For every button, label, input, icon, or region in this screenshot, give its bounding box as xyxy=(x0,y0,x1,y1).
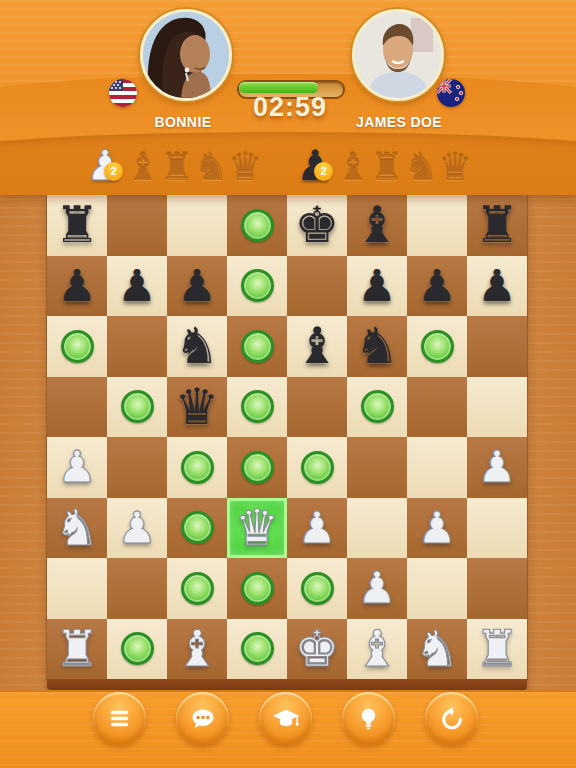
piece-wK-e1[interactable]: ♚ xyxy=(295,620,340,678)
piece-wN-a3[interactable]: ♞ xyxy=(55,499,100,557)
move-dot-a6[interactable] xyxy=(61,330,94,363)
square-h3[interactable] xyxy=(467,498,527,559)
piece-bB-e6[interactable]: ♝ xyxy=(295,317,340,375)
square-d3[interactable]: ♛ xyxy=(227,498,287,559)
square-a7[interactable]: ♟ xyxy=(47,256,107,317)
square-e3[interactable]: ♟ xyxy=(287,498,347,559)
move-dot-f5[interactable] xyxy=(361,390,394,423)
piece-wP-a4[interactable]: ♟ xyxy=(57,438,96,496)
square-a5[interactable] xyxy=(47,377,107,438)
move-dot-c4[interactable] xyxy=(181,451,214,484)
captured-count-badge-left: 2 xyxy=(104,162,123,181)
square-g6[interactable] xyxy=(407,316,467,377)
square-e2[interactable] xyxy=(287,558,347,619)
move-dot-e2[interactable] xyxy=(301,572,334,605)
square-a4[interactable]: ♟ xyxy=(47,437,107,498)
square-f7[interactable]: ♟ xyxy=(347,256,407,317)
piece-bP-g7[interactable]: ♟ xyxy=(417,257,456,315)
square-d8[interactable] xyxy=(227,195,287,256)
piece-wQ-d3[interactable]: ♛ xyxy=(235,499,280,557)
piece-bN-f6[interactable]: ♞ xyxy=(355,317,400,375)
move-dot-b1[interactable] xyxy=(121,632,154,665)
square-g5[interactable] xyxy=(407,377,467,438)
square-g8[interactable] xyxy=(407,195,467,256)
square-a3[interactable]: ♞ xyxy=(47,498,107,559)
square-e4[interactable] xyxy=(287,437,347,498)
square-h2[interactable] xyxy=(467,558,527,619)
move-dot-d6[interactable] xyxy=(241,330,274,363)
square-e8[interactable]: ♚ xyxy=(287,195,347,256)
square-f6[interactable]: ♞ xyxy=(347,316,407,377)
slot-knight-icon: ♞ xyxy=(194,144,228,190)
square-c2[interactable] xyxy=(167,558,227,619)
square-f3[interactable] xyxy=(347,498,407,559)
square-h4[interactable]: ♟ xyxy=(467,437,527,498)
square-h5[interactable] xyxy=(467,377,527,438)
square-d6[interactable] xyxy=(227,316,287,377)
square-c1[interactable]: ♝ xyxy=(167,619,227,680)
piece-wR-a1[interactable]: ♜ xyxy=(55,620,100,678)
piece-wP-b3[interactable]: ♟ xyxy=(117,499,156,557)
captured-slots-right: ♝♜♞♛ xyxy=(336,144,472,190)
graduation-cap-icon xyxy=(271,704,301,734)
square-d7[interactable] xyxy=(227,256,287,317)
menu-icon xyxy=(106,705,133,732)
piece-wR-h1[interactable]: ♜ xyxy=(475,620,520,678)
piece-bK-e8[interactable]: ♚ xyxy=(295,196,340,254)
square-e1[interactable]: ♚ xyxy=(287,619,347,680)
move-dot-e4[interactable] xyxy=(301,451,334,484)
slot-queen-icon: ♛ xyxy=(438,144,472,190)
move-dot-d4[interactable] xyxy=(241,451,274,484)
move-dot-b5[interactable] xyxy=(121,390,154,423)
lightbulb-icon xyxy=(355,705,382,732)
board-bottom-edge xyxy=(47,679,527,690)
square-g7[interactable]: ♟ xyxy=(407,256,467,317)
square-g4[interactable] xyxy=(407,437,467,498)
square-b8[interactable] xyxy=(107,195,167,256)
square-f1[interactable]: ♝ xyxy=(347,619,407,680)
square-g2[interactable] xyxy=(407,558,467,619)
chess-board-area: ♜♚♝♜♟♟♟♟♟♟♞♝♞♛♟♟♞♟♛♟♟♟♜♝♚♝♞♜ xyxy=(47,195,527,690)
square-h6[interactable] xyxy=(467,316,527,377)
square-e6[interactable]: ♝ xyxy=(287,316,347,377)
square-b1[interactable] xyxy=(107,619,167,680)
square-b3[interactable]: ♟ xyxy=(107,498,167,559)
piece-bP-b7[interactable]: ♟ xyxy=(117,257,156,315)
piece-bP-h7[interactable]: ♟ xyxy=(477,257,516,315)
piece-bB-f8[interactable]: ♝ xyxy=(355,196,400,254)
move-dot-d2[interactable] xyxy=(241,572,274,605)
piece-wP-e3[interactable]: ♟ xyxy=(297,499,336,557)
piece-bR-h8[interactable]: ♜ xyxy=(475,196,520,254)
undo-button[interactable] xyxy=(425,692,478,745)
square-c8[interactable] xyxy=(167,195,227,256)
piece-wN-g1[interactable]: ♞ xyxy=(415,620,460,678)
piece-wP-f2[interactable]: ♟ xyxy=(357,559,396,617)
square-d5[interactable] xyxy=(227,377,287,438)
square-h7[interactable]: ♟ xyxy=(467,256,527,317)
slot-rook-icon: ♜ xyxy=(160,144,194,190)
move-dot-d7[interactable] xyxy=(241,269,274,302)
captured-count-badge-right: 2 xyxy=(314,162,333,181)
piece-wB-f1[interactable]: ♝ xyxy=(355,620,400,678)
chess-board: ♜♚♝♜♟♟♟♟♟♟♞♝♞♛♟♟♞♟♛♟♟♟♜♝♚♝♞♜ xyxy=(47,195,527,679)
piece-wP-h4[interactable]: ♟ xyxy=(477,438,516,496)
square-d2[interactable] xyxy=(227,558,287,619)
piece-bQ-c5[interactable]: ♛ xyxy=(175,378,220,436)
avatar-bonnie-image xyxy=(143,12,229,98)
square-f5[interactable] xyxy=(347,377,407,438)
flag-united-states-icon xyxy=(109,79,137,107)
square-b6[interactable] xyxy=(107,316,167,377)
move-dot-c3[interactable] xyxy=(181,511,214,544)
piece-bN-c6[interactable]: ♞ xyxy=(175,317,220,375)
square-f4[interactable] xyxy=(347,437,407,498)
square-c4[interactable] xyxy=(167,437,227,498)
captured-slots-left: ♝♜♞♛ xyxy=(126,144,262,190)
square-b5[interactable] xyxy=(107,377,167,438)
square-g3[interactable]: ♟ xyxy=(407,498,467,559)
piece-wP-g3[interactable]: ♟ xyxy=(417,499,456,557)
undo-icon xyxy=(438,705,466,733)
piece-bP-c7[interactable]: ♟ xyxy=(177,257,216,315)
slot-queen-icon: ♛ xyxy=(228,144,262,190)
square-a2[interactable] xyxy=(47,558,107,619)
move-dot-g6[interactable] xyxy=(421,330,454,363)
learn-button[interactable] xyxy=(259,692,312,745)
piece-wB-c1[interactable]: ♝ xyxy=(175,620,220,678)
move-dot-d1[interactable] xyxy=(241,632,274,665)
move-dot-c2[interactable] xyxy=(181,572,214,605)
piece-bR-a8[interactable]: ♜ xyxy=(55,196,100,254)
square-e5[interactable] xyxy=(287,377,347,438)
move-dot-d5[interactable] xyxy=(241,390,274,423)
square-b2[interactable] xyxy=(107,558,167,619)
square-c5[interactable]: ♛ xyxy=(167,377,227,438)
piece-bP-f7[interactable]: ♟ xyxy=(357,257,396,315)
square-c3[interactable] xyxy=(167,498,227,559)
square-f2[interactable]: ♟ xyxy=(347,558,407,619)
menu-button[interactable] xyxy=(93,692,146,745)
slot-rook-icon: ♜ xyxy=(370,144,404,190)
square-b4[interactable] xyxy=(107,437,167,498)
square-c6[interactable]: ♞ xyxy=(167,316,227,377)
slot-bishop-icon: ♝ xyxy=(126,144,160,190)
slot-knight-icon: ♞ xyxy=(404,144,438,190)
chat-button[interactable] xyxy=(176,692,229,745)
square-a6[interactable] xyxy=(47,316,107,377)
avatar-bonnie[interactable] xyxy=(140,9,232,101)
hint-button[interactable] xyxy=(342,692,395,745)
avatar-james[interactable] xyxy=(352,9,444,101)
square-h1[interactable]: ♜ xyxy=(467,619,527,680)
square-h8[interactable]: ♜ xyxy=(467,195,527,256)
square-c7[interactable]: ♟ xyxy=(167,256,227,317)
slot-bishop-icon: ♝ xyxy=(336,144,370,190)
square-f8[interactable]: ♝ xyxy=(347,195,407,256)
square-d1[interactable] xyxy=(227,619,287,680)
timer-text: 02:59 xyxy=(230,92,350,123)
avatar-james-image xyxy=(355,12,441,98)
square-a8[interactable]: ♜ xyxy=(47,195,107,256)
square-a1[interactable]: ♜ xyxy=(47,619,107,680)
app-screen: BONNIE JAMES DOE 02:59 ♟ ♝♜♞♛ 2 ♟ ♝♜♞♛ 2… xyxy=(0,0,576,768)
square-b7[interactable]: ♟ xyxy=(107,256,167,317)
header: BONNIE JAMES DOE 02:59 ♟ ♝♜♞♛ 2 ♟ ♝♜♞♛ 2 xyxy=(0,0,576,195)
flag-australia-icon xyxy=(437,79,465,107)
chat-icon xyxy=(189,705,217,733)
move-dot-d8[interactable] xyxy=(241,209,274,242)
square-e7[interactable] xyxy=(287,256,347,317)
square-g1[interactable]: ♞ xyxy=(407,619,467,680)
piece-bP-a7[interactable]: ♟ xyxy=(57,257,96,315)
square-d4[interactable] xyxy=(227,437,287,498)
